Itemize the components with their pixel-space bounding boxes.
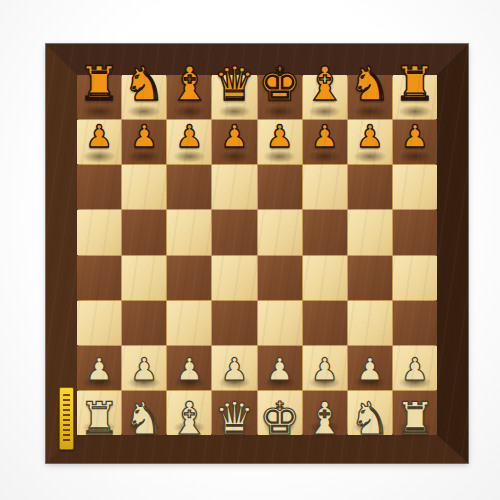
piece-white-knight-b1[interactable]: ♞ [122,396,166,441]
square-b5[interactable] [122,210,166,254]
square-g8[interactable]: ♞ [348,75,392,119]
square-d5[interactable] [212,210,256,254]
piece-white-pawn-b2[interactable]: ♟ [122,354,166,385]
piece-white-pawn-d2[interactable]: ♟ [212,354,256,385]
square-c4[interactable] [167,256,211,300]
piece-black-pawn-c7[interactable]: ♟ [167,121,211,152]
chess-board: ♜♞♝♛♚♝♞♜♟♟♟♟♟♟♟♟♟♟♟♟♟♟♟♟♜♞♝♛♚♝♞♜ [46,44,468,463]
piece-black-bishop-c8[interactable]: ♝ [167,60,211,107]
piece-black-pawn-b7[interactable]: ♟ [122,121,166,152]
square-c5[interactable] [167,210,211,254]
square-a5[interactable] [77,210,121,254]
square-e5[interactable] [258,210,302,254]
piece-black-pawn-f7[interactable]: ♟ [303,121,347,152]
square-b7[interactable]: ♟ [122,120,166,164]
square-h6[interactable] [393,165,437,209]
square-f2[interactable]: ♟ [303,346,347,390]
piece-black-pawn-d7[interactable]: ♟ [212,121,256,152]
page: { "game": "chess", "scene": "overhead ph… [0,0,500,500]
square-e8[interactable]: ♚ [258,75,302,119]
square-d7[interactable]: ♟ [212,120,256,164]
square-a8[interactable]: ♜ [77,75,121,119]
square-f6[interactable] [303,165,347,209]
square-a2[interactable]: ♟ [77,346,121,390]
piece-black-rook-a8[interactable]: ♜ [77,60,121,107]
piece-white-rook-a1[interactable]: ♜ [77,396,121,441]
piece-black-knight-g8[interactable]: ♞ [348,60,392,107]
gold-sticker [59,387,74,450]
square-d6[interactable] [212,165,256,209]
square-a1[interactable]: ♜ [77,391,121,435]
square-h2[interactable]: ♟ [393,346,437,390]
square-a6[interactable] [77,165,121,209]
square-e4[interactable] [258,256,302,300]
piece-white-knight-g1[interactable]: ♞ [348,396,392,441]
square-d2[interactable]: ♟ [212,346,256,390]
square-b4[interactable] [122,256,166,300]
square-a3[interactable] [77,301,121,345]
square-g1[interactable]: ♞ [348,391,392,435]
piece-black-king-e8[interactable]: ♚ [258,60,302,107]
square-d4[interactable] [212,256,256,300]
square-f4[interactable] [303,256,347,300]
square-e6[interactable] [258,165,302,209]
square-b8[interactable]: ♞ [122,75,166,119]
square-h1[interactable]: ♜ [393,391,437,435]
square-a7[interactable]: ♟ [77,120,121,164]
piece-white-pawn-h2[interactable]: ♟ [393,354,437,385]
piece-black-rook-h8[interactable]: ♜ [393,60,437,107]
square-c1[interactable]: ♝ [167,391,211,435]
piece-black-queen-d8[interactable]: ♛ [212,60,256,107]
square-g2[interactable]: ♟ [348,346,392,390]
square-g4[interactable] [348,256,392,300]
piece-white-pawn-g2[interactable]: ♟ [348,354,392,385]
square-h4[interactable] [393,256,437,300]
square-f8[interactable]: ♝ [303,75,347,119]
board-grid: ♜♞♝♛♚♝♞♜♟♟♟♟♟♟♟♟♟♟♟♟♟♟♟♟♜♞♝♛♚♝♞♜ [77,75,437,435]
square-h5[interactable] [393,210,437,254]
square-e1[interactable]: ♚ [258,391,302,435]
square-b3[interactable] [122,301,166,345]
piece-black-bishop-f8[interactable]: ♝ [303,60,347,107]
square-b2[interactable]: ♟ [122,346,166,390]
square-g6[interactable] [348,165,392,209]
square-d3[interactable] [212,301,256,345]
square-c8[interactable]: ♝ [167,75,211,119]
square-g3[interactable] [348,301,392,345]
square-a4[interactable] [77,256,121,300]
square-f1[interactable]: ♝ [303,391,347,435]
square-c6[interactable] [167,165,211,209]
square-f7[interactable]: ♟ [303,120,347,164]
square-e3[interactable] [258,301,302,345]
square-e2[interactable]: ♟ [258,346,302,390]
square-c3[interactable] [167,301,211,345]
piece-black-pawn-a7[interactable]: ♟ [77,121,121,152]
piece-black-pawn-h7[interactable]: ♟ [393,121,437,152]
piece-white-rook-h1[interactable]: ♜ [393,396,437,441]
square-e7[interactable]: ♟ [258,120,302,164]
square-c7[interactable]: ♟ [167,120,211,164]
square-b6[interactable] [122,165,166,209]
square-h3[interactable] [393,301,437,345]
piece-white-bishop-f1[interactable]: ♝ [303,396,347,441]
sticker-text-marks [63,394,70,443]
piece-black-pawn-g7[interactable]: ♟ [348,121,392,152]
piece-black-knight-b8[interactable]: ♞ [122,60,166,107]
piece-white-bishop-c1[interactable]: ♝ [167,396,211,441]
square-g7[interactable]: ♟ [348,120,392,164]
piece-white-king-e1[interactable]: ♚ [258,396,302,441]
piece-white-pawn-e2[interactable]: ♟ [258,354,302,385]
piece-black-pawn-e7[interactable]: ♟ [258,121,302,152]
piece-white-queen-d1[interactable]: ♛ [212,396,256,441]
piece-white-pawn-a2[interactable]: ♟ [77,354,121,385]
square-c2[interactable]: ♟ [167,346,211,390]
square-h8[interactable]: ♜ [393,75,437,119]
square-g5[interactable] [348,210,392,254]
photo-area: ♜♞♝♛♚♝♞♜♟♟♟♟♟♟♟♟♟♟♟♟♟♟♟♟♜♞♝♛♚♝♞♜ [0,0,500,500]
square-d8[interactable]: ♛ [212,75,256,119]
square-b1[interactable]: ♞ [122,391,166,435]
square-f5[interactable] [303,210,347,254]
square-h7[interactable]: ♟ [393,120,437,164]
piece-white-pawn-f2[interactable]: ♟ [303,354,347,385]
square-d1[interactable]: ♛ [212,391,256,435]
square-f3[interactable] [303,301,347,345]
piece-white-pawn-c2[interactable]: ♟ [167,354,211,385]
